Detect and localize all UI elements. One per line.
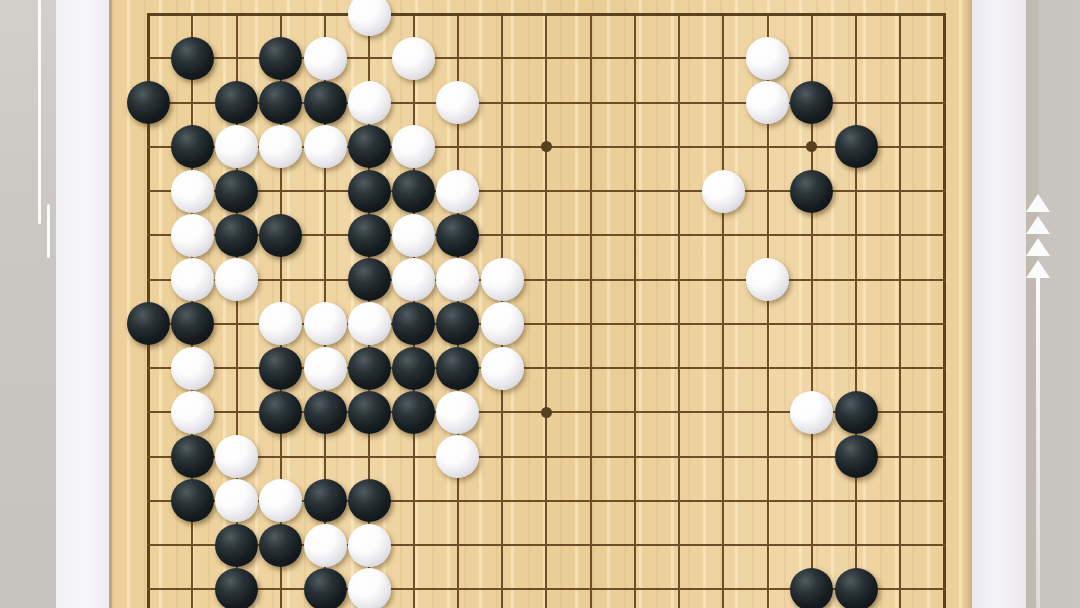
black-stone [835, 391, 878, 434]
white-stone [392, 258, 435, 301]
go-board[interactable] [109, 0, 972, 608]
star-point [806, 141, 817, 152]
left-white-strip [56, 0, 109, 608]
black-stone [790, 170, 833, 213]
white-stone [436, 170, 479, 213]
white-stone [171, 214, 214, 257]
white-stone [348, 524, 391, 567]
white-stone [171, 170, 214, 213]
white-stone [348, 302, 391, 345]
white-stone [436, 81, 479, 124]
white-stone [259, 479, 302, 522]
black-stone [127, 81, 170, 124]
white-stone [348, 81, 391, 124]
black-stone [348, 214, 391, 257]
white-stone [481, 258, 524, 301]
star-point [541, 407, 552, 418]
black-stone [348, 125, 391, 168]
white-stone [481, 347, 524, 390]
white-stone [392, 37, 435, 80]
white-stone [215, 125, 258, 168]
white-stone [171, 347, 214, 390]
black-stone [348, 479, 391, 522]
black-stone [259, 214, 302, 257]
white-stone [215, 258, 258, 301]
black-stone [259, 37, 302, 80]
black-stone [392, 391, 435, 434]
black-stone [215, 214, 258, 257]
black-stone [127, 302, 170, 345]
white-stone [304, 302, 347, 345]
up-arrowhead-icon [1026, 238, 1050, 256]
black-stone [171, 37, 214, 80]
black-stone [215, 81, 258, 124]
white-stone [171, 391, 214, 434]
white-stone [215, 479, 258, 522]
white-stone [392, 214, 435, 257]
white-stone [348, 568, 391, 608]
up-arrowhead-icon [1026, 216, 1050, 234]
black-stone [259, 81, 302, 124]
grid-line-horizontal [147, 279, 947, 281]
black-stone [392, 347, 435, 390]
white-stone [746, 258, 789, 301]
black-stone [835, 568, 878, 608]
grid-line-horizontal [147, 456, 947, 458]
white-stone [304, 524, 347, 567]
left-highlight-line-1 [38, 0, 41, 224]
black-stone [835, 435, 878, 478]
black-stone [790, 568, 833, 608]
star-point [541, 141, 552, 152]
left-gray-panel [0, 0, 56, 608]
white-stone [259, 125, 302, 168]
up-arrowhead-icon [1026, 194, 1050, 212]
black-stone [790, 81, 833, 124]
black-stone [348, 391, 391, 434]
black-stone [259, 391, 302, 434]
black-stone [835, 125, 878, 168]
black-stone [259, 524, 302, 567]
black-stone [348, 258, 391, 301]
black-stone [259, 347, 302, 390]
black-stone [436, 214, 479, 257]
black-stone [436, 347, 479, 390]
black-stone [304, 568, 347, 608]
white-stone [304, 125, 347, 168]
black-stone [392, 302, 435, 345]
black-stone [436, 302, 479, 345]
swipe-up-arrows-icon [1025, 0, 1051, 608]
white-stone [790, 391, 833, 434]
right-white-strip [972, 0, 1026, 608]
black-stone [171, 435, 214, 478]
white-stone [481, 302, 524, 345]
black-stone [392, 170, 435, 213]
black-stone [215, 170, 258, 213]
white-stone [215, 435, 258, 478]
black-stone [348, 170, 391, 213]
white-stone [436, 435, 479, 478]
black-stone [304, 479, 347, 522]
app-screen [0, 0, 1080, 608]
black-stone [215, 568, 258, 608]
white-stone [746, 81, 789, 124]
white-stone [392, 125, 435, 168]
white-stone [746, 37, 789, 80]
black-stone [348, 347, 391, 390]
grid-line-horizontal [147, 13, 947, 16]
left-highlight-line-2 [47, 204, 50, 258]
white-stone [436, 258, 479, 301]
white-stone [259, 302, 302, 345]
white-stone [171, 258, 214, 301]
black-stone [171, 125, 214, 168]
black-stone [304, 391, 347, 434]
arrow-tail-line [1036, 276, 1040, 608]
black-stone [215, 524, 258, 567]
black-stone [304, 81, 347, 124]
white-stone [304, 37, 347, 80]
white-stone [702, 170, 745, 213]
white-stone [436, 391, 479, 434]
white-stone [348, 0, 391, 36]
black-stone [171, 479, 214, 522]
black-stone [171, 302, 214, 345]
white-stone [304, 347, 347, 390]
